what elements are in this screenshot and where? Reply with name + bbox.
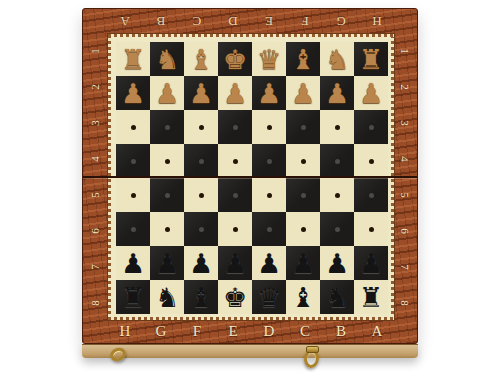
- square-dot: [267, 125, 272, 130]
- square-h2[interactable]: ♟: [116, 76, 150, 110]
- square-c8[interactable]: ♝: [286, 280, 320, 314]
- square-d5[interactable]: [252, 178, 286, 212]
- rank-label-left-7: 7: [77, 256, 113, 278]
- square-dot: [267, 193, 272, 198]
- square-f6[interactable]: [184, 212, 218, 246]
- square-c3[interactable]: [286, 110, 320, 144]
- file-label-bottom-B: B: [323, 320, 359, 342]
- square-dot: [131, 227, 136, 232]
- black-bishop-icon: ♝: [189, 284, 213, 311]
- square-c5[interactable]: [286, 178, 320, 212]
- square-f7[interactable]: ♟: [184, 246, 218, 280]
- square-dot: [369, 227, 374, 232]
- square-h1[interactable]: ♜: [116, 42, 150, 76]
- black-bishop-icon: ♝: [291, 284, 315, 311]
- rank-label-left-5: 5: [77, 184, 113, 206]
- white-knight-icon: ♞: [325, 46, 349, 73]
- square-dot: [233, 125, 238, 130]
- file-label-top-D: D: [215, 10, 251, 32]
- square-b1[interactable]: ♞: [320, 42, 354, 76]
- square-dot: [165, 193, 170, 198]
- square-dot: [267, 159, 272, 164]
- square-a1[interactable]: ♜: [354, 42, 388, 76]
- file-labels-bottom: HGFEDCBA: [107, 320, 395, 342]
- square-e5[interactable]: [218, 178, 252, 212]
- square-dot: [335, 193, 340, 198]
- rank-label-right-3: 3: [387, 112, 423, 134]
- square-e1[interactable]: ♚: [218, 42, 252, 76]
- square-e2[interactable]: ♟: [218, 76, 252, 110]
- black-pawn-icon: ♟: [121, 250, 145, 277]
- rank-label-left-8: 8: [77, 292, 113, 314]
- square-d1[interactable]: ♛: [252, 42, 286, 76]
- file-label-top-C: C: [179, 10, 215, 32]
- white-pawn-icon: ♟: [223, 80, 247, 107]
- square-d8[interactable]: ♛: [252, 280, 286, 314]
- black-pawn-icon: ♟: [325, 250, 349, 277]
- file-label-bottom-F: F: [179, 320, 215, 342]
- square-g2[interactable]: ♟: [150, 76, 184, 110]
- square-c6[interactable]: [286, 212, 320, 246]
- square-dot: [233, 227, 238, 232]
- square-h8[interactable]: ♜: [116, 280, 150, 314]
- white-pawn-icon: ♟: [359, 80, 383, 107]
- black-pawn-icon: ♟: [223, 250, 247, 277]
- square-g8[interactable]: ♞: [150, 280, 184, 314]
- square-a6[interactable]: [354, 212, 388, 246]
- black-pawn-icon: ♟: [189, 250, 213, 277]
- square-dot: [165, 159, 170, 164]
- black-king-icon: ♚: [223, 284, 247, 311]
- square-dot: [301, 227, 306, 232]
- rank-label-right-8: 8: [387, 292, 423, 314]
- black-pawn-icon: ♟: [257, 250, 281, 277]
- square-dot: [233, 159, 238, 164]
- white-rook-icon: ♜: [359, 46, 383, 73]
- square-dot: [199, 193, 204, 198]
- file-labels-top: HGFEDCBA: [107, 10, 395, 32]
- square-dot: [301, 193, 306, 198]
- square-dot: [369, 125, 374, 130]
- square-b8[interactable]: ♞: [320, 280, 354, 314]
- white-king-icon: ♚: [223, 46, 247, 73]
- square-f1[interactable]: ♝: [184, 42, 218, 76]
- square-dot: [131, 125, 136, 130]
- square-e4[interactable]: [218, 144, 252, 178]
- white-pawn-icon: ♟: [291, 80, 315, 107]
- square-b6[interactable]: [320, 212, 354, 246]
- board-frame: ♜♞♝♚♛♝♞♜♟♟♟♟♟♟♟♟♟♟♟♟♟♟♟♟♜♞♝♚♛♝♞♜ HGFEDCB…: [82, 8, 418, 344]
- square-c2[interactable]: ♟: [286, 76, 320, 110]
- square-f5[interactable]: [184, 178, 218, 212]
- file-label-top-B: B: [143, 10, 179, 32]
- square-a4[interactable]: [354, 144, 388, 178]
- square-dot: [335, 227, 340, 232]
- square-e3[interactable]: [218, 110, 252, 144]
- file-label-bottom-G: G: [143, 320, 179, 342]
- square-d2[interactable]: ♟: [252, 76, 286, 110]
- square-h6[interactable]: [116, 212, 150, 246]
- square-b5[interactable]: [320, 178, 354, 212]
- rank-label-left-4: 4: [77, 148, 113, 170]
- square-d3[interactable]: [252, 110, 286, 144]
- square-h7[interactable]: ♟: [116, 246, 150, 280]
- black-pawn-icon: ♟: [291, 250, 315, 277]
- square-dot: [233, 193, 238, 198]
- file-label-top-H: H: [359, 10, 395, 32]
- square-dot: [335, 159, 340, 164]
- square-b4[interactable]: [320, 144, 354, 178]
- file-label-bottom-D: D: [251, 320, 287, 342]
- file-label-top-G: G: [323, 10, 359, 32]
- rank-label-left-2: 2: [77, 76, 113, 98]
- square-a2[interactable]: ♟: [354, 76, 388, 110]
- square-e7[interactable]: ♟: [218, 246, 252, 280]
- white-pawn-icon: ♟: [155, 80, 179, 107]
- square-dot: [369, 159, 374, 164]
- black-pawn-icon: ♟: [155, 250, 179, 277]
- square-a8[interactable]: ♜: [354, 280, 388, 314]
- square-b3[interactable]: [320, 110, 354, 144]
- file-label-bottom-H: H: [107, 320, 143, 342]
- white-knight-icon: ♞: [155, 46, 179, 73]
- rank-label-left-1: 1: [77, 40, 113, 62]
- file-label-top-A: A: [107, 10, 143, 32]
- rank-label-right-2: 2: [387, 76, 423, 98]
- square-a5[interactable]: [354, 178, 388, 212]
- white-bishop-icon: ♝: [189, 46, 213, 73]
- black-knight-icon: ♞: [155, 284, 179, 311]
- white-rook-icon: ♜: [121, 46, 145, 73]
- rank-label-left-3: 3: [77, 112, 113, 134]
- square-g4[interactable]: [150, 144, 184, 178]
- square-g3[interactable]: [150, 110, 184, 144]
- square-c4[interactable]: [286, 144, 320, 178]
- square-f2[interactable]: ♟: [184, 76, 218, 110]
- rank-label-right-1: 1: [387, 40, 423, 62]
- square-f3[interactable]: [184, 110, 218, 144]
- rank-label-right-6: 6: [387, 220, 423, 242]
- black-rook-icon: ♜: [121, 284, 145, 311]
- chess-board: ♜♞♝♚♛♝♞♜♟♟♟♟♟♟♟♟♟♟♟♟♟♟♟♟♜♞♝♚♛♝♞♜ HGFEDCB…: [82, 8, 418, 370]
- white-pawn-icon: ♟: [189, 80, 213, 107]
- square-dot: [131, 159, 136, 164]
- rank-label-right-4: 4: [387, 148, 423, 170]
- file-label-bottom-E: E: [215, 320, 251, 342]
- photo-background: ♜♞♝♚♛♝♞♜♟♟♟♟♟♟♟♟♟♟♟♟♟♟♟♟♜♞♝♚♛♝♞♜ HGFEDCB…: [0, 0, 500, 376]
- square-c7[interactable]: ♟: [286, 246, 320, 280]
- square-h3[interactable]: [116, 110, 150, 144]
- square-dot: [301, 159, 306, 164]
- white-queen-icon: ♛: [257, 46, 281, 73]
- square-h4[interactable]: [116, 144, 150, 178]
- square-g7[interactable]: ♟: [150, 246, 184, 280]
- white-pawn-icon: ♟: [325, 80, 349, 107]
- square-g6[interactable]: [150, 212, 184, 246]
- square-f8[interactable]: ♝: [184, 280, 218, 314]
- white-pawn-icon: ♟: [257, 80, 281, 107]
- square-d4[interactable]: [252, 144, 286, 178]
- square-dot: [301, 125, 306, 130]
- square-dot: [165, 125, 170, 130]
- file-label-bottom-A: A: [359, 320, 395, 342]
- rank-label-right-7: 7: [387, 256, 423, 278]
- board-bottom-edge: [82, 344, 418, 358]
- square-d7[interactable]: ♟: [252, 246, 286, 280]
- square-d6[interactable]: [252, 212, 286, 246]
- white-pawn-icon: ♟: [121, 80, 145, 107]
- file-label-bottom-C: C: [287, 320, 323, 342]
- square-f4[interactable]: [184, 144, 218, 178]
- black-queen-icon: ♛: [257, 284, 281, 311]
- black-pawn-icon: ♟: [359, 250, 383, 277]
- white-bishop-icon: ♝: [291, 46, 315, 73]
- square-dot: [199, 227, 204, 232]
- square-b7[interactable]: ♟: [320, 246, 354, 280]
- square-dot: [199, 159, 204, 164]
- rank-label-left-6: 6: [77, 220, 113, 242]
- square-g5[interactable]: [150, 178, 184, 212]
- square-dot: [199, 125, 204, 130]
- square-g1[interactable]: ♞: [150, 42, 184, 76]
- square-b2[interactable]: ♟: [320, 76, 354, 110]
- square-e8[interactable]: ♚: [218, 280, 252, 314]
- board-grid: ♜♞♝♚♛♝♞♜♟♟♟♟♟♟♟♟♟♟♟♟♟♟♟♟♜♞♝♚♛♝♞♜: [116, 42, 386, 314]
- latch-mount-icon: [306, 346, 319, 353]
- file-label-top-F: F: [287, 10, 323, 32]
- square-e6[interactable]: [218, 212, 252, 246]
- square-c1[interactable]: ♝: [286, 42, 320, 76]
- square-a7[interactable]: ♟: [354, 246, 388, 280]
- black-rook-icon: ♜: [359, 284, 383, 311]
- square-dot: [131, 193, 136, 198]
- file-label-top-E: E: [251, 10, 287, 32]
- black-knight-icon: ♞: [325, 284, 349, 311]
- fold-seam: [83, 176, 417, 178]
- square-dot: [369, 193, 374, 198]
- square-h5[interactable]: [116, 178, 150, 212]
- square-dot: [165, 227, 170, 232]
- square-dot: [267, 227, 272, 232]
- square-a3[interactable]: [354, 110, 388, 144]
- square-dot: [335, 125, 340, 130]
- rank-label-right-5: 5: [387, 184, 423, 206]
